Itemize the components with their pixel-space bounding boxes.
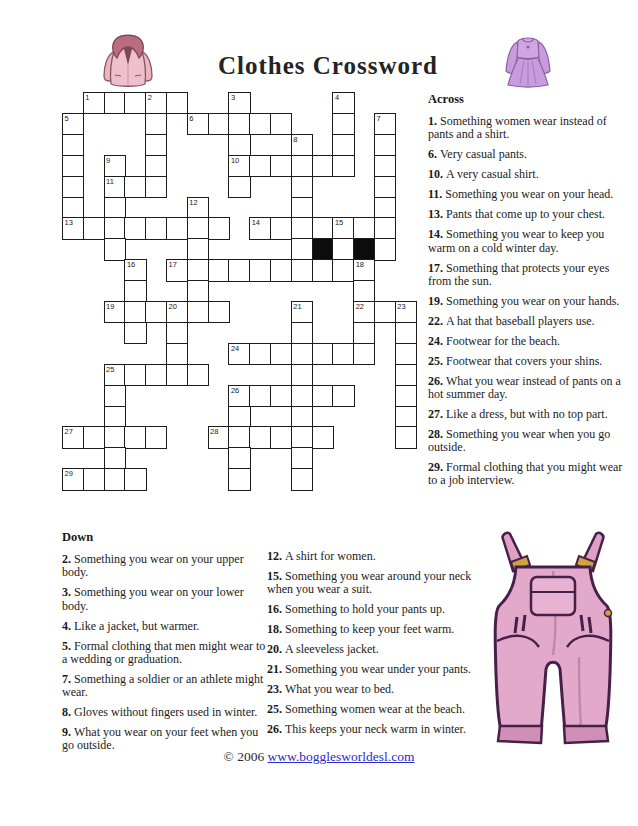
cell-number-12: 12	[189, 198, 197, 207]
grid-cell-r6c9[interactable]: 14	[249, 217, 271, 239]
website-link[interactable]: www.bogglesworldesl.com	[268, 749, 415, 764]
pink-overalls-clipart-icon	[483, 529, 623, 747]
grid-cell-r16c12[interactable]	[312, 426, 334, 448]
cell-number-27: 27	[65, 427, 73, 436]
grid-cell-r6c4[interactable]	[145, 217, 167, 239]
cell-number-19: 19	[106, 302, 114, 311]
cell-number-4: 4	[335, 93, 339, 102]
cell-number-25: 25	[106, 365, 114, 374]
cell-number-17: 17	[169, 260, 177, 269]
grid-cell-r14c12[interactable]	[312, 385, 334, 407]
grid-cell-r10c7[interactable]	[208, 301, 230, 323]
grid-cell-r14c11[interactable]	[291, 385, 313, 407]
cell-number-15: 15	[335, 218, 343, 227]
grid-cell-r9c14[interactable]	[353, 280, 375, 302]
crossword-grid[interactable]: 1234567891011121314151617181920212223242…	[62, 92, 416, 490]
cell-number-13: 13	[65, 218, 73, 227]
grid-cell-r8c6[interactable]	[187, 259, 209, 281]
clue-17: 17. Something that protects your eyes fr…	[428, 262, 630, 288]
grid-cell-r16c8[interactable]	[228, 426, 250, 448]
grid-cell-r3c8[interactable]: 10	[228, 155, 250, 177]
grid-cell-r16c10[interactable]	[270, 426, 292, 448]
clue-25: 25. Footwear that covers your shins.	[428, 355, 630, 368]
grid-cell-r14c13[interactable]	[332, 385, 354, 407]
black-cell-r7c14	[353, 238, 375, 260]
grid-cell-r13c3[interactable]	[124, 364, 146, 386]
grid-cell-r5c0[interactable]	[62, 197, 84, 219]
grid-cell-r7c2[interactable]	[104, 238, 126, 260]
clue-28: 28. Something you wear when you go outsi…	[428, 428, 630, 454]
grid-cell-r11c3[interactable]	[124, 322, 146, 344]
grid-cell-r10c2[interactable]: 19	[104, 301, 126, 323]
clue-15: 15. Something you wear around your neck …	[267, 570, 475, 596]
grid-cell-r3c2[interactable]: 9	[104, 155, 126, 177]
grid-cell-r3c0[interactable]	[62, 155, 84, 177]
grid-cell-r12c5[interactable]	[166, 343, 188, 365]
grid-cell-r6c13[interactable]: 15	[332, 217, 354, 239]
grid-cell-r2c4[interactable]	[145, 134, 167, 156]
grid-cell-r6c10[interactable]	[270, 217, 292, 239]
cell-number-11: 11	[106, 177, 114, 186]
grid-cell-r3c15[interactable]	[374, 155, 396, 177]
grid-cell-r0c5[interactable]	[166, 92, 188, 114]
black-cell-r7c12	[312, 238, 334, 260]
clue-19: 19. Something you wear on your hands.	[428, 295, 630, 308]
cell-number-22: 22	[356, 302, 364, 311]
grid-cell-r2c8[interactable]	[228, 134, 250, 156]
grid-cell-r8c12[interactable]	[312, 259, 334, 281]
cell-number-23: 23	[397, 302, 405, 311]
grid-cell-r18c2[interactable]	[104, 468, 126, 490]
grid-cell-r7c6[interactable]	[187, 238, 209, 260]
clue-23: 23. What you wear to bed.	[267, 683, 475, 696]
grid-cell-r12c9[interactable]	[249, 343, 271, 365]
grid-cell-r13c4[interactable]	[145, 364, 167, 386]
grid-cell-r13c5[interactable]	[166, 364, 188, 386]
grid-cell-r17c2[interactable]	[104, 447, 126, 469]
grid-cell-r6c11[interactable]	[291, 217, 313, 239]
grid-cell-r15c2[interactable]	[104, 406, 126, 428]
grid-cell-r13c2[interactable]: 25	[104, 364, 126, 386]
grid-cell-r5c15[interactable]	[374, 197, 396, 219]
clue-26: 26. What you wear instead of pants on a …	[428, 375, 630, 401]
grid-cell-r14c9[interactable]	[249, 385, 271, 407]
grid-cell-r3c12[interactable]	[312, 155, 334, 177]
across-heading: Across	[428, 93, 630, 106]
grid-cell-r1c10[interactable]	[270, 113, 292, 135]
grid-cell-r16c2[interactable]	[104, 426, 126, 448]
grid-cell-r11c5[interactable]	[166, 322, 188, 344]
grid-cell-r5c11[interactable]	[291, 197, 313, 219]
cell-number-26: 26	[231, 386, 239, 395]
clue-6: 6. Very casual pants.	[428, 148, 630, 161]
grid-cell-r18c3[interactable]	[124, 468, 146, 490]
grid-cell-r10c15[interactable]	[374, 301, 396, 323]
grid-cell-r0c3[interactable]	[124, 92, 146, 114]
grid-cell-r8c5[interactable]: 17	[166, 259, 188, 281]
grid-cell-r10c11[interactable]: 21	[291, 301, 313, 323]
cell-number-28: 28	[210, 427, 218, 436]
cell-number-10: 10	[231, 156, 239, 165]
grid-cell-r8c7[interactable]	[208, 259, 230, 281]
grid-cell-r6c0[interactable]: 13	[62, 217, 84, 239]
grid-cell-r2c11[interactable]: 8	[291, 134, 313, 156]
grid-cell-r1c9[interactable]	[249, 113, 271, 135]
grid-cell-r8c8[interactable]	[228, 259, 250, 281]
grid-cell-r17c8[interactable]	[228, 447, 250, 469]
grid-cell-r7c11[interactable]	[291, 238, 313, 260]
cell-number-5: 5	[65, 114, 69, 123]
grid-cell-r7c13[interactable]	[332, 238, 354, 260]
clue-16: 16. Something to hold your pants up.	[267, 603, 475, 616]
clue-10: 10. A very casual shirt.	[428, 168, 630, 181]
down-clues-left-panel: Down 2. Something you wear on your upper…	[62, 531, 270, 759]
grid-cell-r13c16[interactable]	[395, 364, 417, 386]
clue-24: 24. Footwear for the beach.	[428, 335, 630, 348]
grid-cell-r6c15[interactable]	[374, 217, 396, 239]
clue-7: 7. Something a soldier or an athlete mig…	[62, 673, 270, 699]
cell-number-14: 14	[252, 218, 260, 227]
grid-cell-r15c11[interactable]	[291, 406, 313, 428]
grid-cell-r2c13[interactable]	[332, 134, 354, 156]
clue-27: 27. Like a dress, but with no top part.	[428, 408, 630, 421]
clue-5: 5. Formal clothing that men might wear t…	[62, 640, 270, 666]
purple-dress-clipart-icon	[496, 29, 560, 91]
cell-number-21: 21	[293, 302, 301, 311]
grid-cell-r5c6[interactable]: 12	[187, 197, 209, 219]
grid-cell-r3c4[interactable]	[145, 155, 167, 177]
cell-number-7: 7	[377, 114, 381, 123]
grid-cell-r11c14[interactable]	[353, 322, 375, 344]
grid-cell-r7c15[interactable]	[374, 238, 396, 260]
worksheet-page: Clothes Crossword 1234567891011121314151…	[0, 0, 638, 826]
grid-cell-r1c15[interactable]: 7	[374, 113, 396, 135]
clue-2: 2. Something you wear on your upper body…	[62, 553, 270, 579]
grid-cell-r2c0[interactable]	[62, 134, 84, 156]
down-clue-list-left: 2. Something you wear on your upper body…	[62, 553, 270, 752]
grid-cell-r0c13[interactable]: 4	[332, 92, 354, 114]
down-clue-list-right: 12. A shirt for women.15. Something you …	[267, 550, 475, 736]
grid-cell-r1c13[interactable]	[332, 113, 354, 135]
grid-cell-r5c2[interactable]	[104, 197, 126, 219]
grid-cell-r0c2[interactable]	[104, 92, 126, 114]
grid-cell-r14c10[interactable]	[270, 385, 292, 407]
grid-cell-r11c11[interactable]	[291, 322, 313, 344]
cell-number-29: 29	[65, 469, 73, 478]
cell-number-8: 8	[293, 135, 297, 144]
grid-cell-r16c0[interactable]: 27	[62, 426, 84, 448]
grid-cell-r3c10[interactable]	[270, 155, 292, 177]
grid-cell-r1c7[interactable]	[208, 113, 230, 135]
grid-cell-r1c0[interactable]: 5	[62, 113, 84, 135]
grid-cell-r16c1[interactable]	[83, 426, 105, 448]
grid-cell-r2c15[interactable]	[374, 134, 396, 156]
clue-11: 11. Something you wear on your head.	[428, 188, 630, 201]
grid-cell-r12c10[interactable]	[270, 343, 292, 365]
clue-14: 14. Something you wear to keep you warm …	[428, 228, 630, 254]
grid-cell-r4c11[interactable]	[291, 176, 313, 198]
grid-cell-r8c9[interactable]	[249, 259, 271, 281]
clue-20: 20. A sleeveless jacket.	[267, 643, 475, 656]
grid-cell-r10c16[interactable]: 23	[395, 301, 417, 323]
cell-number-1: 1	[85, 93, 89, 102]
grid-cell-r1c8[interactable]	[228, 113, 250, 135]
grid-cell-r4c8[interactable]	[228, 176, 250, 198]
grid-cell-r0c1[interactable]: 1	[83, 92, 105, 114]
grid-cell-r4c0[interactable]	[62, 176, 84, 198]
clue-29: 29. Formal clothing that you might wear …	[428, 461, 630, 487]
clue-3: 3. Something you wear on your lower body…	[62, 586, 270, 612]
across-clues-panel: Across 1. Something women wear instead o…	[428, 93, 630, 494]
grid-cell-r6c2[interactable]	[104, 217, 126, 239]
grid-cell-r12c12[interactable]	[312, 343, 334, 365]
grid-cell-r8c13[interactable]	[332, 259, 354, 281]
grid-cell-r6c1[interactable]	[83, 217, 105, 239]
grid-cell-r10c3[interactable]	[124, 301, 146, 323]
grid-cell-r8c14[interactable]: 18	[353, 259, 375, 281]
grid-cell-r10c5[interactable]: 20	[166, 301, 188, 323]
clue-18: 18. Something to keep your feet warm.	[267, 623, 475, 636]
grid-cell-r10c4[interactable]	[145, 301, 167, 323]
grid-cell-r16c7[interactable]: 28	[208, 426, 230, 448]
cell-number-18: 18	[356, 260, 364, 269]
grid-cell-r3c11[interactable]	[291, 155, 313, 177]
grid-cell-r16c4[interactable]	[145, 426, 167, 448]
grid-cell-r10c6[interactable]	[187, 301, 209, 323]
grid-cell-r18c1[interactable]	[83, 468, 105, 490]
grid-cell-r13c11[interactable]	[291, 364, 313, 386]
grid-cell-r15c8[interactable]	[228, 406, 250, 428]
grid-cell-r18c11[interactable]	[291, 468, 313, 490]
grid-cell-r3c9[interactable]	[249, 155, 271, 177]
grid-cell-r16c16[interactable]	[395, 426, 417, 448]
grid-cell-r12c11[interactable]	[291, 343, 313, 365]
grid-cell-r4c3[interactable]	[124, 176, 146, 198]
grid-cell-r6c7[interactable]	[208, 217, 230, 239]
cell-number-9: 9	[106, 156, 110, 165]
grid-cell-r11c16[interactable]	[395, 322, 417, 344]
clue-21: 21. Something you wear under your pants.	[267, 663, 475, 676]
grid-cell-r1c6[interactable]: 6	[187, 113, 209, 135]
footer: © 2006 www.bogglesworldesl.com	[0, 749, 638, 765]
cell-number-24: 24	[231, 344, 239, 353]
across-clue-list: 1. Something women wear instead of pants…	[428, 115, 630, 487]
grid-cell-r3c13[interactable]	[332, 155, 354, 177]
grid-cell-r18c0[interactable]: 29	[62, 468, 84, 490]
copyright-text: © 2006	[224, 749, 268, 764]
grid-cell-r9c3[interactable]	[124, 280, 146, 302]
grid-cell-r4c2[interactable]: 11	[104, 176, 126, 198]
clue-8: 8. Gloves without fingers used in winter…	[62, 706, 270, 719]
grid-cell-r6c5[interactable]	[166, 217, 188, 239]
grid-cell-r12c16[interactable]	[395, 343, 417, 365]
grid-cell-r15c16[interactable]	[395, 406, 417, 428]
cell-number-20: 20	[169, 302, 177, 311]
pink-coat-clipart-icon	[99, 31, 157, 91]
cell-number-3: 3	[231, 93, 235, 102]
grid-cell-r16c9[interactable]	[249, 426, 271, 448]
grid-cell-r12c8[interactable]: 24	[228, 343, 250, 365]
grid-cell-r16c11[interactable]	[291, 426, 313, 448]
grid-cell-r0c4[interactable]: 2	[145, 92, 167, 114]
grid-cell-r0c8[interactable]: 3	[228, 92, 250, 114]
grid-cell-r17c11[interactable]	[291, 447, 313, 469]
down-heading: Down	[62, 531, 270, 544]
clue-1: 1. Something women wear instead of pants…	[428, 115, 630, 141]
grid-cell-r12c13[interactable]	[332, 343, 354, 365]
grid-cell-r6c14[interactable]	[353, 217, 375, 239]
clue-13: 13. Pants that come up to your chest.	[428, 208, 630, 221]
cell-number-6: 6	[189, 114, 193, 123]
grid-cell-r14c8[interactable]: 26	[228, 385, 250, 407]
grid-cell-r4c4[interactable]	[145, 176, 167, 198]
clue-22: 22. A hat that baseball players use.	[428, 315, 630, 328]
grid-cell-r1c4[interactable]	[145, 113, 167, 135]
grid-cell-r8c3[interactable]: 16	[124, 259, 146, 281]
clue-25: 25. Something women wear at the beach.	[267, 703, 475, 716]
grid-cell-r14c16[interactable]	[395, 385, 417, 407]
grid-cell-r13c6[interactable]	[187, 364, 209, 386]
grid-cell-r10c14[interactable]: 22	[353, 301, 375, 323]
page-title: Clothes Crossword	[218, 52, 438, 80]
grid-cell-r8c10[interactable]	[270, 259, 292, 281]
cell-number-16: 16	[127, 260, 135, 269]
grid-cell-r14c2[interactable]	[104, 385, 126, 407]
clue-4: 4. Like a jacket, but warmer.	[62, 620, 270, 633]
grid-cell-r4c15[interactable]	[374, 176, 396, 198]
grid-cell-r9c6[interactable]	[187, 280, 209, 302]
cell-number-2: 2	[148, 93, 152, 102]
grid-cell-r16c3[interactable]	[124, 426, 146, 448]
clue-26: 26. This keeps your neck warm in winter.	[267, 723, 475, 736]
grid-cell-r6c12[interactable]	[312, 217, 334, 239]
clue-12: 12. A shirt for women.	[267, 550, 475, 563]
grid-cell-r18c8[interactable]	[228, 468, 250, 490]
grid-cell-r6c3[interactable]	[124, 217, 146, 239]
down-clues-right-panel: 12. A shirt for women.15. Something you …	[267, 550, 475, 743]
grid-cell-r8c11[interactable]	[291, 259, 313, 281]
grid-cell-r6c6[interactable]	[187, 217, 209, 239]
grid-cell-r12c14[interactable]	[353, 343, 375, 365]
